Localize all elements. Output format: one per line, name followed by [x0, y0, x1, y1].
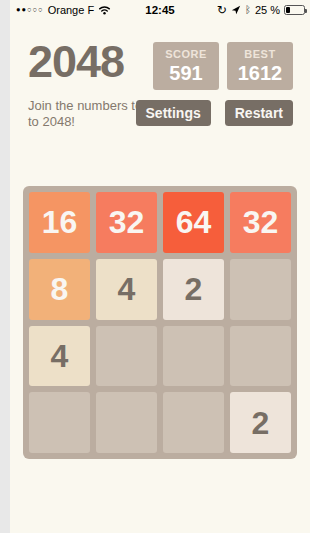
page-title: 2048	[28, 36, 124, 88]
tile-64: 64	[163, 192, 224, 253]
empty-cell	[96, 326, 157, 387]
best-label: BEST	[244, 48, 275, 60]
battery-percent-label: 25 %	[255, 4, 280, 16]
score-box: SCORE 591	[153, 42, 219, 90]
score-panel: SCORE 591 BEST 1612	[153, 42, 293, 90]
tile-32: 32	[96, 192, 157, 253]
empty-cell	[230, 326, 291, 387]
best-value: 1612	[238, 62, 283, 85]
empty-cell	[163, 326, 224, 387]
empty-cell	[230, 259, 291, 320]
tile-4: 4	[96, 259, 157, 320]
tile-4: 4	[29, 326, 90, 387]
button-row: Settings Restart	[136, 100, 293, 126]
score-label: SCORE	[165, 48, 207, 60]
bluetooth-icon: ᛒ	[245, 5, 251, 15]
status-bar: ●●○○○ Orange F 12:45 ↻ ᛒ 25 %	[10, 0, 310, 20]
tile-16: 16	[29, 192, 90, 253]
status-bar-left: ●●○○○ Orange F	[16, 4, 111, 16]
carrier-label: Orange F	[48, 4, 94, 16]
best-box: BEST 1612	[227, 42, 293, 90]
orientation-lock-icon: ↻	[217, 4, 227, 16]
wifi-icon	[98, 5, 111, 15]
restart-button[interactable]: Restart	[225, 100, 293, 126]
app-screen: ●●○○○ Orange F 12:45 ↻ ᛒ 25 %	[10, 0, 310, 533]
empty-cell	[96, 392, 157, 453]
empty-cell	[29, 392, 90, 453]
battery-icon	[284, 5, 305, 15]
tile-8: 8	[29, 259, 90, 320]
tile-2: 2	[163, 259, 224, 320]
clock: 12:45	[145, 4, 174, 16]
board[interactable]: 1632643284242	[23, 186, 297, 459]
cell-signal-dots-icon: ●●○○○	[16, 6, 44, 14]
tile-2: 2	[230, 392, 291, 453]
score-value: 591	[169, 62, 202, 85]
location-arrow-icon	[231, 5, 241, 15]
status-bar-right: ↻ ᛒ 25 %	[217, 0, 305, 20]
settings-button[interactable]: Settings	[136, 100, 211, 126]
empty-cell	[163, 392, 224, 453]
tile-32: 32	[230, 192, 291, 253]
